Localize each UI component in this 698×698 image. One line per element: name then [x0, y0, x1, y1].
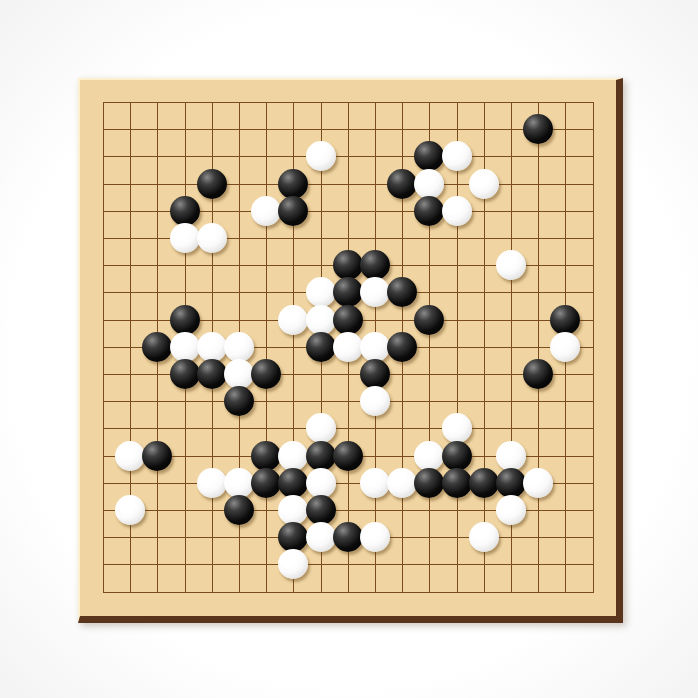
- white-stone: [251, 196, 281, 226]
- black-stone: [142, 332, 172, 362]
- black-stone: [414, 141, 444, 171]
- black-stone: [224, 495, 254, 525]
- black-stone: [496, 468, 526, 498]
- white-stone: [550, 332, 580, 362]
- black-stone: [142, 441, 172, 471]
- white-stone: [224, 359, 254, 389]
- white-stone: [523, 468, 553, 498]
- white-stone: [469, 522, 499, 552]
- grid-line-vertical: [457, 102, 458, 592]
- board-grid: [80, 80, 616, 616]
- black-stone: [387, 169, 417, 199]
- black-stone: [387, 332, 417, 362]
- white-stone: [278, 305, 308, 335]
- white-stone: [170, 332, 200, 362]
- white-stone: [306, 141, 336, 171]
- black-stone: [414, 305, 444, 335]
- white-stone: [442, 196, 472, 226]
- white-stone: [360, 386, 390, 416]
- white-stone: [278, 495, 308, 525]
- black-stone: [306, 332, 336, 362]
- white-stone: [306, 305, 336, 335]
- black-stone: [523, 114, 553, 144]
- go-board: [78, 78, 623, 623]
- white-stone: [442, 413, 472, 443]
- black-stone: [306, 441, 336, 471]
- black-stone: [442, 441, 472, 471]
- black-stone: [523, 359, 553, 389]
- black-stone: [251, 359, 281, 389]
- black-stone: [170, 359, 200, 389]
- white-stone: [170, 223, 200, 253]
- white-stone: [197, 332, 227, 362]
- black-stone: [333, 250, 363, 280]
- black-stone: [469, 468, 499, 498]
- black-stone: [251, 468, 281, 498]
- white-stone: [197, 468, 227, 498]
- black-stone: [278, 196, 308, 226]
- grid-line-horizontal: [103, 401, 594, 402]
- white-stone: [333, 332, 363, 362]
- black-stone: [414, 468, 444, 498]
- white-stone: [387, 468, 417, 498]
- black-stone: [333, 522, 363, 552]
- black-stone: [224, 386, 254, 416]
- white-stone: [306, 522, 336, 552]
- black-stone: [278, 169, 308, 199]
- white-stone: [224, 332, 254, 362]
- black-stone: [306, 495, 336, 525]
- black-stone: [333, 305, 363, 335]
- black-stone: [170, 196, 200, 226]
- white-stone: [496, 250, 526, 280]
- white-stone: [442, 141, 472, 171]
- black-stone: [333, 441, 363, 471]
- white-stone: [414, 441, 444, 471]
- black-stone: [170, 305, 200, 335]
- black-stone: [550, 305, 580, 335]
- white-stone: [469, 169, 499, 199]
- page-background: [0, 0, 698, 698]
- white-stone: [115, 495, 145, 525]
- white-stone: [306, 468, 336, 498]
- grid-line-horizontal: [103, 592, 594, 593]
- grid-line-vertical: [538, 102, 539, 592]
- black-stone: [251, 441, 281, 471]
- black-stone: [360, 250, 390, 280]
- white-stone: [224, 468, 254, 498]
- white-stone: [197, 223, 227, 253]
- white-stone: [306, 413, 336, 443]
- black-stone: [197, 169, 227, 199]
- black-stone: [387, 277, 417, 307]
- white-stone: [360, 522, 390, 552]
- white-stone: [496, 441, 526, 471]
- black-stone: [278, 468, 308, 498]
- black-stone: [414, 196, 444, 226]
- white-stone: [278, 441, 308, 471]
- black-stone: [333, 277, 363, 307]
- white-stone: [278, 549, 308, 579]
- white-stone: [414, 169, 444, 199]
- white-stone: [115, 441, 145, 471]
- grid-line-horizontal: [103, 564, 594, 565]
- white-stone: [360, 468, 390, 498]
- black-stone: [442, 468, 472, 498]
- black-stone: [197, 359, 227, 389]
- black-stone: [278, 522, 308, 552]
- white-stone: [496, 495, 526, 525]
- grid-line-vertical: [593, 102, 594, 592]
- white-stone: [360, 277, 390, 307]
- grid-line-horizontal: [103, 428, 594, 429]
- white-stone: [360, 332, 390, 362]
- white-stone: [306, 277, 336, 307]
- black-stone: [360, 359, 390, 389]
